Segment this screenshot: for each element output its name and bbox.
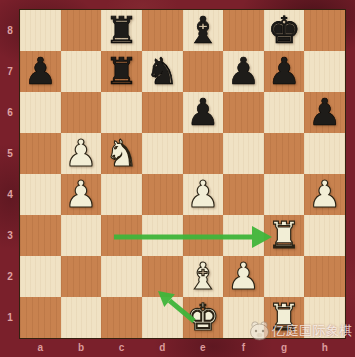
square-e8[interactable]: ♝ (183, 10, 224, 51)
rank-label-7: 7 (0, 51, 20, 92)
square-c8[interactable]: ♜ (101, 10, 142, 51)
square-f8[interactable] (223, 10, 264, 51)
piece-black-pawn[interactable]: ♟ (308, 92, 341, 133)
file-labels: abcdefgh (20, 338, 345, 357)
file-label-g: g (264, 338, 305, 357)
piece-black-pawn[interactable]: ♟ (267, 51, 300, 92)
square-a3[interactable] (20, 215, 61, 256)
square-f4[interactable] (223, 174, 264, 215)
square-g2[interactable] (264, 256, 305, 297)
file-label-b: b (61, 338, 102, 357)
square-d4[interactable] (142, 174, 183, 215)
file-label-d: d (142, 338, 183, 357)
square-h6[interactable]: ♟ (304, 92, 345, 133)
square-a6[interactable] (20, 92, 61, 133)
piece-white-knight[interactable]: ♞ (105, 133, 138, 174)
rank-label-1: 1 (0, 297, 20, 338)
square-a5[interactable] (20, 133, 61, 174)
square-c2[interactable] (101, 256, 142, 297)
square-c3[interactable] (101, 215, 142, 256)
square-b4[interactable]: ♟ (61, 174, 102, 215)
square-e3[interactable] (183, 215, 224, 256)
square-a4[interactable] (20, 174, 61, 215)
square-a8[interactable] (20, 10, 61, 51)
piece-white-pawn[interactable]: ♟ (308, 174, 341, 215)
square-f3[interactable] (223, 215, 264, 256)
square-g7[interactable]: ♟ (264, 51, 305, 92)
square-e4[interactable]: ♟ (183, 174, 224, 215)
square-d2[interactable] (142, 256, 183, 297)
rank-labels: 87654321 (0, 10, 20, 338)
square-e1[interactable]: ♚ (183, 297, 224, 338)
file-label-a: a (20, 338, 61, 357)
rank-label-3: 3 (0, 215, 20, 256)
rank-label-5: 5 (0, 133, 20, 174)
square-g8[interactable]: ♚ (264, 10, 305, 51)
square-d8[interactable] (142, 10, 183, 51)
piece-black-rook[interactable]: ♜ (105, 51, 138, 92)
square-d3[interactable] (142, 215, 183, 256)
square-c5[interactable]: ♞ (101, 133, 142, 174)
piece-black-pawn[interactable]: ♟ (24, 51, 57, 92)
piece-white-rook[interactable]: ♜ (267, 297, 300, 338)
square-a7[interactable]: ♟ (20, 51, 61, 92)
square-a2[interactable] (20, 256, 61, 297)
chess-board-screenshot: 87654321 ♜♝♚♟♜♞♟♟♟♟♟♞♟♟♟♜♝♟♚♜ abcdefgh 亿… (0, 0, 355, 357)
square-d7[interactable]: ♞ (142, 51, 183, 92)
file-label-c: c (101, 338, 142, 357)
square-f7[interactable]: ♟ (223, 51, 264, 92)
piece-black-pawn[interactable]: ♟ (227, 51, 260, 92)
piece-white-pawn[interactable]: ♟ (186, 174, 219, 215)
square-h7[interactable] (304, 51, 345, 92)
square-e6[interactable]: ♟ (183, 92, 224, 133)
square-c1[interactable] (101, 297, 142, 338)
square-f2[interactable]: ♟ (223, 256, 264, 297)
square-g5[interactable] (264, 133, 305, 174)
square-d1[interactable] (142, 297, 183, 338)
square-b8[interactable] (61, 10, 102, 51)
piece-white-pawn[interactable]: ♟ (64, 133, 97, 174)
square-e5[interactable] (183, 133, 224, 174)
square-b6[interactable] (61, 92, 102, 133)
square-b2[interactable] (61, 256, 102, 297)
rank-label-2: 2 (0, 256, 20, 297)
rank-label-6: 6 (0, 92, 20, 133)
square-h4[interactable]: ♟ (304, 174, 345, 215)
square-b5[interactable]: ♟ (61, 133, 102, 174)
square-f6[interactable] (223, 92, 264, 133)
piece-white-pawn[interactable]: ♟ (64, 174, 97, 215)
square-g4[interactable] (264, 174, 305, 215)
rank-label-4: 4 (0, 174, 20, 215)
file-label-h: h (304, 338, 345, 357)
square-h3[interactable] (304, 215, 345, 256)
piece-white-bishop[interactable]: ♝ (186, 256, 219, 297)
square-c6[interactable] (101, 92, 142, 133)
square-d6[interactable] (142, 92, 183, 133)
square-e7[interactable] (183, 51, 224, 92)
piece-black-bishop[interactable]: ♝ (186, 10, 219, 51)
piece-white-rook[interactable]: ♜ (267, 215, 300, 256)
square-h5[interactable] (304, 133, 345, 174)
piece-white-pawn[interactable]: ♟ (227, 256, 260, 297)
square-b7[interactable] (61, 51, 102, 92)
piece-black-rook[interactable]: ♜ (105, 10, 138, 51)
square-c4[interactable] (101, 174, 142, 215)
file-label-e: e (183, 338, 224, 357)
square-h8[interactable] (304, 10, 345, 51)
square-f5[interactable] (223, 133, 264, 174)
square-h1[interactable] (304, 297, 345, 338)
square-e2[interactable]: ♝ (183, 256, 224, 297)
piece-black-knight[interactable]: ♞ (146, 51, 179, 92)
square-b3[interactable] (61, 215, 102, 256)
piece-white-king[interactable]: ♚ (186, 297, 219, 338)
chess-board[interactable]: ♜♝♚♟♜♞♟♟♟♟♟♞♟♟♟♜♝♟♚♜ (20, 10, 345, 338)
square-g6[interactable] (264, 92, 305, 133)
piece-black-pawn[interactable]: ♟ (186, 92, 219, 133)
file-label-f: f (223, 338, 264, 357)
piece-black-king[interactable]: ♚ (267, 10, 300, 51)
square-g3[interactable]: ♜ (264, 215, 305, 256)
square-g1[interactable]: ♜ (264, 297, 305, 338)
square-c7[interactable]: ♜ (101, 51, 142, 92)
square-h2[interactable] (304, 256, 345, 297)
square-d5[interactable] (142, 133, 183, 174)
square-f1[interactable] (223, 297, 264, 338)
square-b1[interactable] (61, 297, 102, 338)
square-a1[interactable] (20, 297, 61, 338)
rank-label-8: 8 (0, 10, 20, 51)
